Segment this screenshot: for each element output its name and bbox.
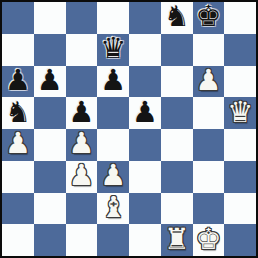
square-c3[interactable]: ♟ bbox=[66, 161, 98, 193]
square-b2[interactable] bbox=[34, 193, 66, 225]
chess-board: ♞♚♛♟♟♟♟♞♟♟♛♟♟♟♟♝♜♚ bbox=[0, 0, 258, 258]
square-b8[interactable] bbox=[34, 2, 66, 34]
square-c6[interactable] bbox=[66, 66, 98, 98]
square-f8[interactable]: ♞ bbox=[161, 2, 193, 34]
square-d1[interactable] bbox=[97, 224, 129, 256]
square-c2[interactable] bbox=[66, 193, 98, 225]
square-e1[interactable] bbox=[129, 224, 161, 256]
square-b6[interactable]: ♟ bbox=[34, 66, 66, 98]
square-a1[interactable] bbox=[2, 224, 34, 256]
white-pawn-c4: ♟ bbox=[68, 129, 94, 158]
square-d5[interactable] bbox=[97, 97, 129, 129]
square-a5[interactable]: ♞ bbox=[2, 97, 34, 129]
square-f2[interactable] bbox=[161, 193, 193, 225]
square-e3[interactable] bbox=[129, 161, 161, 193]
square-g4[interactable] bbox=[193, 129, 225, 161]
white-pawn-c3: ♟ bbox=[68, 161, 94, 190]
square-h1[interactable] bbox=[224, 224, 256, 256]
square-g1[interactable]: ♚ bbox=[193, 224, 225, 256]
square-b4[interactable] bbox=[34, 129, 66, 161]
square-b3[interactable] bbox=[34, 161, 66, 193]
white-king-g1: ♚ bbox=[195, 225, 221, 254]
square-g6[interactable]: ♟ bbox=[193, 66, 225, 98]
square-h8[interactable] bbox=[224, 2, 256, 34]
white-pawn-a4: ♟ bbox=[5, 129, 31, 158]
square-h4[interactable] bbox=[224, 129, 256, 161]
square-f1[interactable]: ♜ bbox=[161, 224, 193, 256]
black-pawn-c5: ♟ bbox=[68, 98, 94, 127]
square-h6[interactable] bbox=[224, 66, 256, 98]
square-g3[interactable] bbox=[193, 161, 225, 193]
black-pawn-e5: ♟ bbox=[132, 98, 158, 127]
black-king-g8: ♚ bbox=[195, 2, 221, 31]
square-c4[interactable]: ♟ bbox=[66, 129, 98, 161]
square-d6[interactable]: ♟ bbox=[97, 66, 129, 98]
square-a7[interactable] bbox=[2, 34, 34, 66]
white-pawn-d3: ♟ bbox=[100, 161, 126, 190]
square-h5[interactable]: ♛ bbox=[224, 97, 256, 129]
black-pawn-b6: ♟ bbox=[37, 66, 63, 95]
square-d3[interactable]: ♟ bbox=[97, 161, 129, 193]
square-e2[interactable] bbox=[129, 193, 161, 225]
square-g8[interactable]: ♚ bbox=[193, 2, 225, 34]
square-a8[interactable] bbox=[2, 2, 34, 34]
square-c7[interactable] bbox=[66, 34, 98, 66]
square-a2[interactable] bbox=[2, 193, 34, 225]
white-bishop-d2: ♝ bbox=[100, 193, 126, 222]
black-knight-f8: ♞ bbox=[164, 2, 190, 31]
square-f3[interactable] bbox=[161, 161, 193, 193]
square-c5[interactable]: ♟ bbox=[66, 97, 98, 129]
square-h2[interactable] bbox=[224, 193, 256, 225]
square-d8[interactable] bbox=[97, 2, 129, 34]
black-queen-d7: ♛ bbox=[100, 34, 126, 63]
square-f7[interactable] bbox=[161, 34, 193, 66]
square-e6[interactable] bbox=[129, 66, 161, 98]
chess-diagram: ♞♚♛♟♟♟♟♞♟♟♛♟♟♟♟♝♜♚ bbox=[0, 0, 258, 258]
square-g5[interactable] bbox=[193, 97, 225, 129]
square-c8[interactable] bbox=[66, 2, 98, 34]
square-e7[interactable] bbox=[129, 34, 161, 66]
square-a6[interactable]: ♟ bbox=[2, 66, 34, 98]
square-g2[interactable] bbox=[193, 193, 225, 225]
black-pawn-a6: ♟ bbox=[5, 66, 31, 95]
square-b7[interactable] bbox=[34, 34, 66, 66]
black-pawn-d6: ♟ bbox=[100, 66, 126, 95]
square-a4[interactable]: ♟ bbox=[2, 129, 34, 161]
square-b5[interactable] bbox=[34, 97, 66, 129]
square-b1[interactable] bbox=[34, 224, 66, 256]
square-h7[interactable] bbox=[224, 34, 256, 66]
white-pawn-g6: ♟ bbox=[195, 66, 221, 95]
square-f6[interactable] bbox=[161, 66, 193, 98]
white-queen-h5: ♛ bbox=[227, 98, 253, 127]
square-d4[interactable] bbox=[97, 129, 129, 161]
square-d2[interactable]: ♝ bbox=[97, 193, 129, 225]
square-f5[interactable] bbox=[161, 97, 193, 129]
square-f4[interactable] bbox=[161, 129, 193, 161]
square-e8[interactable] bbox=[129, 2, 161, 34]
white-rook-f1: ♜ bbox=[164, 225, 190, 254]
square-c1[interactable] bbox=[66, 224, 98, 256]
square-d7[interactable]: ♛ bbox=[97, 34, 129, 66]
square-a3[interactable] bbox=[2, 161, 34, 193]
black-knight-a5: ♞ bbox=[5, 98, 31, 127]
square-h3[interactable] bbox=[224, 161, 256, 193]
square-e4[interactable] bbox=[129, 129, 161, 161]
square-e5[interactable]: ♟ bbox=[129, 97, 161, 129]
square-g7[interactable] bbox=[193, 34, 225, 66]
